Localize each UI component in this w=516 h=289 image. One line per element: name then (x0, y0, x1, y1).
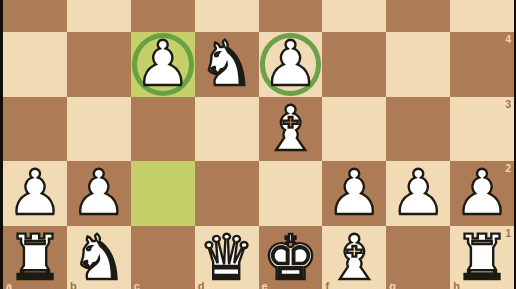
white-pawn[interactable]: ♟ (259, 32, 323, 97)
square-d3[interactable] (195, 97, 259, 162)
file-label-f: f (325, 281, 329, 289)
square-f4[interactable] (322, 32, 386, 97)
square-a4[interactable] (3, 32, 67, 97)
square-f1[interactable]: ♝f (322, 226, 386, 289)
square-h5[interactable] (450, 0, 514, 32)
file-label-c: c (134, 281, 140, 289)
square-b5[interactable] (67, 0, 131, 32)
square-b3[interactable] (67, 97, 131, 162)
file-label-h: h (453, 281, 460, 289)
file-label-a: a (6, 281, 12, 289)
square-b1[interactable]: ♞b (67, 226, 131, 289)
square-f2[interactable]: ♟ (322, 161, 386, 226)
square-e2[interactable] (259, 161, 323, 226)
square-h2[interactable]: ♟2 (450, 161, 514, 226)
square-a1[interactable]: ♜a (3, 226, 67, 289)
chess-board: ♟♞♟4♝3♟♟♟♟♟2♜a♞bc♛d♚e♝fg♜1h (3, 0, 514, 289)
square-e3[interactable]: ♝ (259, 97, 323, 162)
square-a3[interactable] (3, 97, 67, 162)
white-knight[interactable]: ♞ (195, 32, 259, 97)
file-label-g: g (389, 281, 396, 289)
rank-label-2: 2 (505, 164, 511, 174)
white-queen[interactable]: ♛ (195, 226, 259, 289)
square-f3[interactable] (322, 97, 386, 162)
square-h1[interactable]: ♜1h (450, 226, 514, 289)
square-g3[interactable] (386, 97, 450, 162)
square-a5[interactable] (3, 0, 67, 32)
square-h4[interactable]: 4 (450, 32, 514, 97)
square-g5[interactable] (386, 0, 450, 32)
white-bishop[interactable]: ♝ (322, 226, 386, 289)
square-g4[interactable] (386, 32, 450, 97)
square-a2[interactable]: ♟ (3, 161, 67, 226)
white-pawn[interactable]: ♟ (322, 161, 386, 226)
rank-label-4: 4 (505, 35, 511, 45)
square-h3[interactable]: 3 (450, 97, 514, 162)
white-pawn[interactable]: ♟ (386, 161, 450, 226)
white-pawn[interactable]: ♟ (450, 161, 514, 226)
square-g2[interactable]: ♟ (386, 161, 450, 226)
square-c1[interactable]: c (131, 226, 195, 289)
file-label-d: d (198, 281, 205, 289)
file-label-e: e (262, 281, 268, 289)
square-f5[interactable] (322, 0, 386, 32)
white-bishop[interactable]: ♝ (259, 97, 323, 162)
square-c2[interactable] (131, 161, 195, 226)
square-b2[interactable]: ♟ (67, 161, 131, 226)
file-label-b: b (70, 281, 77, 289)
square-c4[interactable]: ♟ (131, 32, 195, 97)
white-pawn[interactable]: ♟ (67, 161, 131, 226)
square-e1[interactable]: ♚e (259, 226, 323, 289)
square-g1[interactable]: g (386, 226, 450, 289)
square-d1[interactable]: ♛d (195, 226, 259, 289)
square-b4[interactable] (67, 32, 131, 97)
chess-app-frame: ♟♞♟4♝3♟♟♟♟♟2♜a♞bc♛d♚e♝fg♜1h (0, 0, 516, 289)
white-pawn[interactable]: ♟ (131, 32, 195, 97)
square-d2[interactable] (195, 161, 259, 226)
rank-label-3: 3 (505, 100, 511, 110)
square-d4[interactable]: ♞ (195, 32, 259, 97)
white-king[interactable]: ♚ (259, 226, 323, 289)
square-c3[interactable] (131, 97, 195, 162)
square-e4[interactable]: ♟ (259, 32, 323, 97)
white-rook[interactable]: ♜ (3, 226, 67, 289)
rank-label-1: 1 (505, 229, 511, 239)
white-pawn[interactable]: ♟ (3, 161, 67, 226)
